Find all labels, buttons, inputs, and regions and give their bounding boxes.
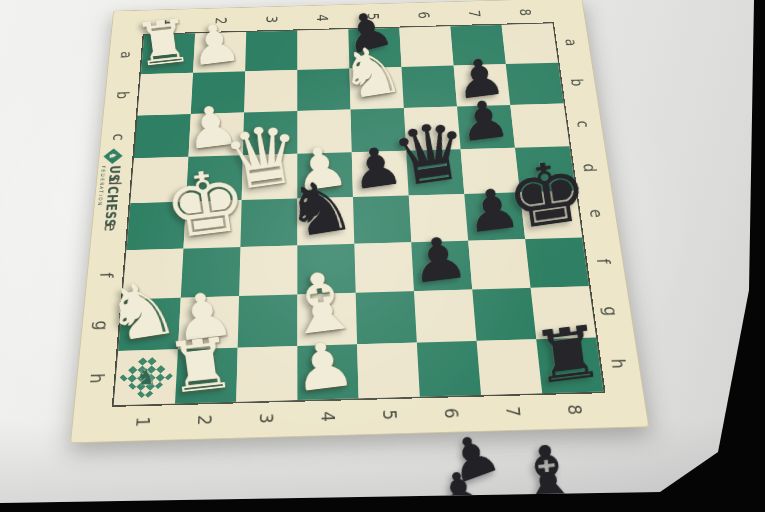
left-file-label-b: b (95, 83, 150, 106)
right-file-label-a: a (544, 31, 599, 53)
chess-board: ♜♟♟♞♟♟♟♛♟♟♛♚♞♟♚♟♞♟♝♞♜♟♜ ♞ US CHESS FEDER… (70, 0, 649, 443)
top-rank-label-3: 3 (258, 0, 285, 39)
top-rank-label-6: 6 (409, 0, 439, 35)
captured-black-bishop-3[interactable]: ♝ (510, 433, 584, 512)
square-g6[interactable] (414, 290, 477, 343)
black-rook-h8[interactable]: ♜ (528, 315, 607, 395)
playing-area[interactable]: ♜♟♟♞♟♟♟♛♟♟♛♚♞♟♚♟♞♟♝♞♜♟♜ (114, 23, 604, 405)
square-e8[interactable]: ♚ (520, 191, 582, 239)
square-f6[interactable]: ♟ (411, 241, 472, 292)
top-rank-label-7: 7 (460, 0, 491, 33)
right-file-label-f: f (573, 247, 634, 275)
white-knight-b5[interactable]: ♞ (334, 34, 409, 110)
square-g7[interactable] (472, 288, 536, 341)
top-rank-label-4: 4 (309, 0, 336, 37)
white-pawn-h4[interactable]: ♟ (288, 331, 358, 401)
board-photo: ♜♟♟♞♟♟♟♛♟♟♛♚♞♟♚♟♞♟♝♞♜♟♜ ♞ US CHESS FEDER… (0, 0, 765, 512)
square-e4[interactable]: ♞ (297, 197, 354, 245)
square-f5[interactable] (354, 242, 414, 293)
square-e2[interactable]: ♚ (183, 200, 241, 248)
table-cloth: ♜♟♟♞♟♟♟♛♟♟♛♚♞♟♚♟♞♟♝♞♜♟♜ ♞ US CHESS FEDER… (0, 0, 765, 512)
square-e5[interactable] (353, 195, 411, 243)
square-b5[interactable]: ♞ (349, 67, 403, 109)
black-pawn-f6[interactable]: ♟ (407, 227, 472, 292)
square-h4[interactable]: ♟ (297, 344, 358, 400)
square-d6[interactable]: ♛ (406, 149, 464, 195)
square-a1[interactable]: ♜ (141, 33, 195, 74)
logo-knight-icon: ♞ (126, 360, 166, 395)
black-king-e8[interactable]: ♚ (501, 148, 594, 242)
white-rook-h2[interactable]: ♜ (162, 328, 239, 405)
captured-black-pawn-2[interactable]: ♟ (432, 462, 487, 512)
white-king-e2[interactable]: ♚ (158, 156, 253, 251)
right-file-label-b: b (549, 71, 605, 94)
square-h8[interactable]: ♜ (536, 338, 603, 394)
square-h2[interactable]: ♜ (175, 348, 238, 404)
square-h5[interactable] (357, 343, 420, 399)
square-b6[interactable] (402, 66, 458, 108)
us-chess-diamond-logo: ♞ (103, 148, 122, 163)
square-a2[interactable]: ♟ (193, 32, 246, 73)
logo-knight-icon: ♞ (108, 152, 118, 159)
bottom-rank-label-3: 3 (250, 390, 284, 447)
top-rank-label-8: 8 (510, 0, 542, 32)
black-knight-e4[interactable]: ♞ (279, 168, 360, 248)
square-f7[interactable] (468, 239, 530, 290)
white-pawn-a2[interactable]: ♟ (186, 15, 245, 74)
